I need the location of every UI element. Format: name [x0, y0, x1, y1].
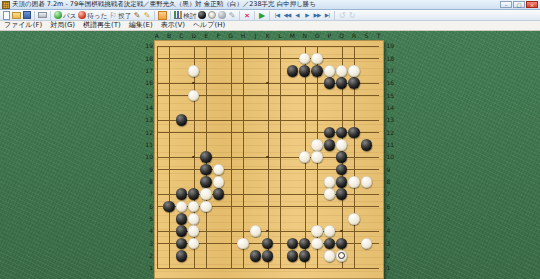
coord-number-left: 11 — [139, 142, 153, 148]
pass-label: パス — [63, 11, 76, 20]
nav-back-button[interactable]: ◀ — [292, 10, 302, 20]
coord-letter: L — [274, 33, 286, 39]
coord-number-left: 10 — [139, 154, 153, 160]
coord-number-right: 3 — [387, 241, 401, 247]
black-stone[interactable] — [287, 65, 299, 77]
white-stone[interactable] — [250, 225, 262, 237]
white-stone[interactable] — [311, 53, 323, 65]
toolbar-separator — [170, 11, 171, 20]
white-stone[interactable] — [200, 188, 212, 200]
black-stone[interactable] — [361, 139, 373, 151]
toolbar: パス待った⚐投了✎✎検討✎×▶|◀◀◀◀▶▶▶▶|↺↻ — [0, 10, 540, 21]
nav-last-icon: ▶| — [323, 11, 331, 20]
app-background: ABCDEFGHJKLMNOPQRST191918181717161615151… — [0, 31, 540, 279]
edit-pen-alt-button[interactable]: ✎ — [142, 10, 152, 20]
open-file-button[interactable] — [11, 10, 22, 20]
coord-number-right: 14 — [387, 105, 401, 111]
coord-number-right: 2 — [387, 253, 401, 259]
white-stone[interactable] — [188, 213, 200, 225]
maximize-button[interactable]: □ — [513, 1, 525, 8]
play-icon: ▶ — [258, 11, 266, 20]
folder-icon — [12, 12, 21, 19]
white-stone[interactable] — [324, 250, 336, 262]
white-stone[interactable] — [348, 176, 360, 188]
black-stone[interactable] — [176, 225, 188, 237]
coord-letter: H — [237, 33, 249, 39]
coord-letter: K — [262, 33, 274, 39]
coord-number-left: 14 — [139, 105, 153, 111]
black-stone[interactable] — [299, 65, 311, 77]
mark-pen-button[interactable]: ✎ — [227, 10, 237, 20]
coord-number-right: 7 — [387, 191, 401, 197]
coord-letter: A — [151, 33, 163, 39]
red-x-icon: × — [243, 11, 251, 20]
ball-red-icon — [78, 11, 86, 19]
white-stone[interactable] — [324, 176, 336, 188]
rotate-right-icon: ↻ — [348, 11, 356, 20]
pen-gray-icon: ✎ — [228, 11, 236, 20]
menu-item-game[interactable]: 対局(G) — [46, 21, 79, 30]
coord-number-right: 4 — [387, 228, 401, 234]
rotate-right-button[interactable]: ↻ — [347, 10, 357, 20]
menu-item-file[interactable]: ファイル(F) — [0, 21, 46, 30]
white-stone[interactable] — [200, 201, 212, 213]
judge-white-button[interactable] — [207, 10, 217, 20]
coord-letter: O — [311, 33, 323, 39]
ball-black-icon — [198, 11, 206, 19]
black-stone[interactable] — [287, 250, 299, 262]
coord-number-left: 16 — [139, 80, 153, 86]
printer-icon — [38, 12, 47, 18]
coord-number-right: 19 — [387, 43, 401, 49]
coord-number-right: 12 — [387, 130, 401, 136]
analyze-label: 検討 — [183, 11, 196, 20]
white-stone[interactable] — [311, 225, 323, 237]
toolbar-separator — [154, 11, 155, 20]
nav-first-button[interactable]: |◀ — [272, 10, 282, 20]
coord-number-right: 8 — [387, 179, 401, 185]
black-stone[interactable] — [324, 77, 336, 89]
white-stone[interactable] — [311, 139, 323, 151]
ball-green-icon — [54, 11, 62, 19]
coord-number-right: 1 — [387, 265, 401, 271]
coord-letter: Q — [336, 33, 348, 39]
toolbar-separator — [269, 11, 270, 20]
menu-item-help[interactable]: ヘルプ(H) — [189, 21, 229, 30]
coord-number-left: 9 — [139, 167, 153, 173]
resign-button[interactable]: ⚐投了 — [108, 10, 132, 20]
white-stone[interactable] — [311, 238, 323, 250]
menu-item-edit[interactable]: 編集(E) — [125, 21, 157, 30]
coord-number-left: 5 — [139, 216, 153, 222]
rotate-left-button[interactable]: ↺ — [337, 10, 347, 20]
nav-forward-button[interactable]: ▶ — [302, 10, 312, 20]
coord-number-left: 2 — [139, 253, 153, 259]
black-stone[interactable] — [176, 114, 188, 126]
coord-letter: D — [188, 33, 200, 39]
white-stone[interactable] — [311, 151, 323, 163]
nav-first-icon: |◀ — [273, 11, 281, 20]
goban[interactable]: ABCDEFGHJKLMNOPQRST191918181717161615151… — [0, 31, 540, 279]
coord-number-right: 15 — [387, 93, 401, 99]
black-stone[interactable] — [200, 164, 212, 176]
white-stone[interactable] — [324, 188, 336, 200]
title-bar[interactable]: 天頂の囲碁 7.2m - 79年国棋戦挑戦者決定戦／亜野光久（黒）対 金正勲（白… — [0, 0, 540, 10]
coord-number-right: 10 — [387, 154, 401, 160]
judge-black-button[interactable] — [197, 10, 207, 20]
coord-number-left: 17 — [139, 68, 153, 74]
white-stone[interactable] — [336, 250, 348, 262]
coord-number-left: 4 — [139, 228, 153, 234]
coord-letter: G — [225, 33, 237, 39]
floppy-icon — [23, 11, 31, 19]
white-stone[interactable] — [336, 65, 348, 77]
coord-number-right: 18 — [387, 56, 401, 62]
pen2-icon: ✎ — [143, 11, 151, 20]
toolbar-separator — [334, 11, 335, 20]
undo-move-button[interactable]: 待った — [77, 10, 108, 20]
nav-last-button[interactable]: ▶| — [322, 10, 332, 20]
minimize-button[interactable]: – — [500, 1, 512, 8]
toolbar-separator — [34, 11, 35, 20]
menu-item-view[interactable]: 表示(V) — [157, 21, 189, 30]
app-icon — [2, 1, 10, 9]
coord-letter: P — [323, 33, 335, 39]
coord-number-right: 5 — [387, 216, 401, 222]
coord-number-right: 9 — [387, 167, 401, 173]
white-stone[interactable] — [213, 176, 225, 188]
coord-number-left: 6 — [139, 204, 153, 210]
black-stone[interactable] — [336, 176, 348, 188]
coord-letter: C — [175, 33, 187, 39]
coord-number-left: 3 — [139, 241, 153, 247]
coord-number-right: 11 — [387, 142, 401, 148]
black-stone[interactable] — [200, 151, 212, 163]
close-button[interactable]: × — [526, 1, 538, 8]
black-stone[interactable] — [299, 250, 311, 262]
white-stone[interactable] — [348, 213, 360, 225]
chart-icon — [174, 11, 182, 19]
coord-letter: T — [373, 33, 385, 39]
ball-white-icon — [208, 11, 216, 19]
coord-letter: J — [249, 33, 261, 39]
coord-number-left: 18 — [139, 56, 153, 62]
coord-number-left: 8 — [139, 179, 153, 185]
black-stone[interactable] — [348, 77, 360, 89]
menu-item-replay[interactable]: 棋譜再生(T) — [79, 21, 125, 30]
undo-move-label: 待った — [87, 11, 107, 20]
coord-number-right: 16 — [387, 80, 401, 86]
page-icon — [3, 11, 10, 20]
flag-icon: ⚐ — [109, 11, 117, 20]
white-stone[interactable] — [336, 139, 348, 151]
coord-number-right: 13 — [387, 117, 401, 123]
coord-letter: M — [286, 33, 298, 39]
rotate-left-icon: ↺ — [338, 11, 346, 20]
coord-letter: F — [212, 33, 224, 39]
coord-letter: B — [163, 33, 175, 39]
analyze-button[interactable]: 検討 — [173, 10, 197, 20]
black-stone[interactable] — [176, 188, 188, 200]
orange-square-icon — [158, 11, 167, 20]
nav-forward-fast-icon: ▶▶ — [313, 11, 321, 20]
nav-back-fast-icon: ◀◀ — [283, 11, 291, 20]
coord-letter: R — [348, 33, 360, 39]
coord-letter: E — [200, 33, 212, 39]
white-stone[interactable] — [237, 238, 249, 250]
print-button[interactable] — [37, 10, 48, 20]
last-move-marker — [338, 252, 345, 259]
black-stone[interactable] — [213, 188, 225, 200]
coord-letter: N — [299, 33, 311, 39]
new-game-button[interactable] — [2, 10, 11, 20]
black-stone[interactable] — [176, 213, 188, 225]
coord-number-left: 1 — [139, 265, 153, 271]
toolbar-separator — [254, 11, 255, 20]
start-play-button[interactable]: ▶ — [257, 10, 267, 20]
coord-number-left: 15 — [139, 93, 153, 99]
coord-number-left: 12 — [139, 130, 153, 136]
white-stone[interactable] — [348, 65, 360, 77]
app-window: 天頂の囲碁 7.2m - 79年国棋戦挑戦者決定戦／亜野光久（黒）対 金正勲（白… — [0, 0, 540, 279]
coord-letter: S — [360, 33, 372, 39]
nav-forward-icon: ▶ — [303, 11, 311, 20]
black-stone[interactable] — [311, 65, 323, 77]
black-stone[interactable] — [262, 250, 274, 262]
black-stone[interactable] — [348, 127, 360, 139]
white-stone[interactable] — [188, 65, 200, 77]
nav-forward-fast-button[interactable]: ▶▶ — [312, 10, 322, 20]
menu-bar: ファイル(F)対局(G)棋譜再生(T)編集(E)表示(V)ヘルプ(H) — [0, 21, 540, 31]
coord-number-left: 19 — [139, 43, 153, 49]
white-stone[interactable] — [324, 225, 336, 237]
board-display-button[interactable] — [157, 10, 168, 20]
save-file-button[interactable] — [22, 10, 32, 20]
black-stone[interactable] — [324, 139, 336, 151]
resign-label: 投了 — [118, 11, 131, 20]
coord-number-left: 7 — [139, 191, 153, 197]
toolbar-separator — [50, 11, 51, 20]
toolbar-separator — [239, 11, 240, 20]
coord-number-right: 17 — [387, 68, 401, 74]
hint-button[interactable] — [217, 10, 227, 20]
stop-game-button[interactable]: × — [242, 10, 252, 20]
coord-number-right: 6 — [387, 204, 401, 210]
nav-back-fast-button[interactable]: ◀◀ — [282, 10, 292, 20]
white-stone[interactable] — [361, 176, 373, 188]
black-stone[interactable] — [200, 176, 212, 188]
edit-pen-button[interactable]: ✎ — [132, 10, 142, 20]
black-stone[interactable] — [176, 250, 188, 262]
nav-back-icon: ◀ — [293, 11, 301, 20]
white-stone[interactable] — [324, 65, 336, 77]
black-stone[interactable] — [250, 250, 262, 262]
coord-number-left: 13 — [139, 117, 153, 123]
pen-icon: ✎ — [133, 11, 141, 20]
window-title: 天頂の囲碁 7.2m - 79年国棋戦挑戦者決定戦／亜野光久（黒）対 金正勲（白… — [12, 0, 499, 9]
ball-gray-icon — [218, 11, 226, 19]
pass-button[interactable]: パス — [53, 10, 77, 20]
black-stone[interactable] — [163, 201, 175, 213]
